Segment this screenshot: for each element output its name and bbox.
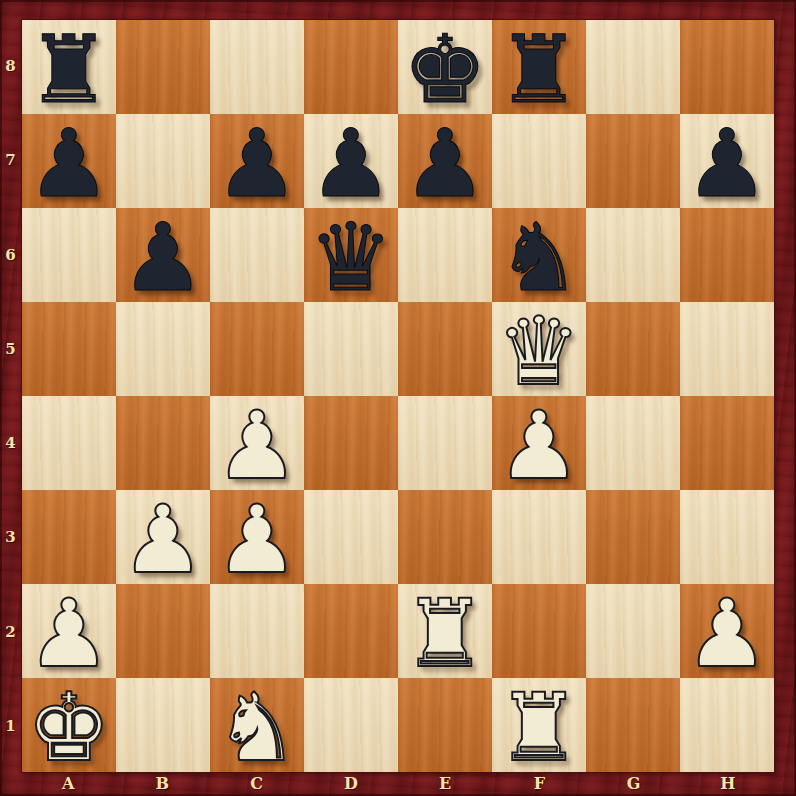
square-e3[interactable] — [398, 490, 492, 584]
square-a7[interactable]: ♟ — [22, 114, 116, 208]
square-c7[interactable]: ♟ — [210, 114, 304, 208]
square-b6[interactable]: ♟ — [116, 208, 210, 302]
square-d7[interactable]: ♟ — [304, 114, 398, 208]
piece-black-rook-f8[interactable]: ♜ — [492, 23, 586, 117]
square-c5[interactable] — [210, 302, 304, 396]
square-c1[interactable]: ♞ — [210, 678, 304, 772]
square-d3[interactable] — [304, 490, 398, 584]
square-g7[interactable] — [586, 114, 680, 208]
chess-board: ♜♚♜♟♟♟♟♟♟♛♞♛♟♟♟♟♟♜♟♚♞♜ — [21, 19, 775, 773]
square-e5[interactable] — [398, 302, 492, 396]
square-g1[interactable] — [586, 678, 680, 772]
square-a5[interactable] — [22, 302, 116, 396]
square-h2[interactable]: ♟ — [680, 584, 774, 678]
rank-label-1: 1 — [0, 679, 21, 773]
square-d4[interactable] — [304, 396, 398, 490]
piece-black-pawn-e7[interactable]: ♟ — [398, 117, 492, 211]
file-label-g: G — [587, 771, 681, 796]
square-e1[interactable] — [398, 678, 492, 772]
square-f6[interactable]: ♞ — [492, 208, 586, 302]
square-a1[interactable]: ♚ — [22, 678, 116, 772]
piece-black-queen-d6[interactable]: ♛ — [304, 211, 398, 305]
piece-white-queen-f5[interactable]: ♛ — [492, 305, 586, 399]
piece-white-pawn-a2[interactable]: ♟ — [22, 587, 116, 681]
piece-white-pawn-b3[interactable]: ♟ — [116, 493, 210, 587]
square-h8[interactable] — [680, 20, 774, 114]
square-d6[interactable]: ♛ — [304, 208, 398, 302]
file-label-e: E — [398, 771, 492, 796]
piece-black-pawn-c7[interactable]: ♟ — [210, 117, 304, 211]
square-g4[interactable] — [586, 396, 680, 490]
square-h3[interactable] — [680, 490, 774, 584]
rank-label-2: 2 — [0, 585, 21, 679]
square-f4[interactable]: ♟ — [492, 396, 586, 490]
square-a3[interactable] — [22, 490, 116, 584]
square-d8[interactable] — [304, 20, 398, 114]
piece-white-rook-e2[interactable]: ♜ — [398, 587, 492, 681]
square-a8[interactable]: ♜ — [22, 20, 116, 114]
square-b8[interactable] — [116, 20, 210, 114]
piece-black-king-e8[interactable]: ♚ — [398, 23, 492, 117]
rank-label-7: 7 — [0, 113, 21, 207]
piece-black-pawn-d7[interactable]: ♟ — [304, 117, 398, 211]
square-c8[interactable] — [210, 20, 304, 114]
square-h5[interactable] — [680, 302, 774, 396]
square-h1[interactable] — [680, 678, 774, 772]
square-h6[interactable] — [680, 208, 774, 302]
piece-black-rook-a8[interactable]: ♜ — [22, 23, 116, 117]
square-c2[interactable] — [210, 584, 304, 678]
rank-label-4: 4 — [0, 396, 21, 490]
square-a4[interactable] — [22, 396, 116, 490]
rank-label-3: 3 — [0, 490, 21, 584]
rank-label-5: 5 — [0, 302, 21, 396]
piece-black-pawn-a7[interactable]: ♟ — [22, 117, 116, 211]
square-f8[interactable]: ♜ — [492, 20, 586, 114]
square-f1[interactable]: ♜ — [492, 678, 586, 772]
square-f5[interactable]: ♛ — [492, 302, 586, 396]
file-labels: ABCDEFGH — [21, 771, 775, 796]
square-c3[interactable]: ♟ — [210, 490, 304, 584]
square-g6[interactable] — [586, 208, 680, 302]
chess-board-frame: ♜♚♜♟♟♟♟♟♟♛♞♛♟♟♟♟♟♜♟♚♞♜ 87654321 ABCDEFGH — [0, 0, 796, 796]
file-label-f: F — [492, 771, 586, 796]
square-g8[interactable] — [586, 20, 680, 114]
piece-white-pawn-c4[interactable]: ♟ — [210, 399, 304, 493]
piece-white-rook-f1[interactable]: ♜ — [492, 681, 586, 775]
piece-black-pawn-h7[interactable]: ♟ — [680, 117, 774, 211]
file-label-a: A — [21, 771, 115, 796]
file-label-b: B — [115, 771, 209, 796]
square-d5[interactable] — [304, 302, 398, 396]
square-b7[interactable] — [116, 114, 210, 208]
square-e8[interactable]: ♚ — [398, 20, 492, 114]
square-f3[interactable] — [492, 490, 586, 584]
file-label-h: H — [681, 771, 775, 796]
square-h7[interactable]: ♟ — [680, 114, 774, 208]
square-a6[interactable] — [22, 208, 116, 302]
piece-white-pawn-c3[interactable]: ♟ — [210, 493, 304, 587]
square-e2[interactable]: ♜ — [398, 584, 492, 678]
square-b2[interactable] — [116, 584, 210, 678]
square-b4[interactable] — [116, 396, 210, 490]
square-e6[interactable] — [398, 208, 492, 302]
square-c6[interactable] — [210, 208, 304, 302]
piece-black-knight-f6[interactable]: ♞ — [492, 211, 586, 305]
rank-labels: 87654321 — [0, 19, 21, 773]
square-g5[interactable] — [586, 302, 680, 396]
piece-black-pawn-b6[interactable]: ♟ — [116, 211, 210, 305]
square-a2[interactable]: ♟ — [22, 584, 116, 678]
square-e4[interactable] — [398, 396, 492, 490]
rank-label-8: 8 — [0, 19, 21, 113]
file-label-c: C — [210, 771, 304, 796]
file-label-d: D — [304, 771, 398, 796]
piece-white-knight-c1[interactable]: ♞ — [210, 681, 304, 775]
square-f7[interactable] — [492, 114, 586, 208]
square-b5[interactable] — [116, 302, 210, 396]
square-g3[interactable] — [586, 490, 680, 584]
rank-label-6: 6 — [0, 208, 21, 302]
piece-white-pawn-h2[interactable]: ♟ — [680, 587, 774, 681]
square-b1[interactable] — [116, 678, 210, 772]
square-d2[interactable] — [304, 584, 398, 678]
piece-white-pawn-f4[interactable]: ♟ — [492, 399, 586, 493]
square-c4[interactable]: ♟ — [210, 396, 304, 490]
square-f2[interactable] — [492, 584, 586, 678]
square-g2[interactable] — [586, 584, 680, 678]
piece-white-king-a1[interactable]: ♚ — [22, 681, 116, 775]
square-e7[interactable]: ♟ — [398, 114, 492, 208]
square-h4[interactable] — [680, 396, 774, 490]
square-d1[interactable] — [304, 678, 398, 772]
square-b3[interactable]: ♟ — [116, 490, 210, 584]
